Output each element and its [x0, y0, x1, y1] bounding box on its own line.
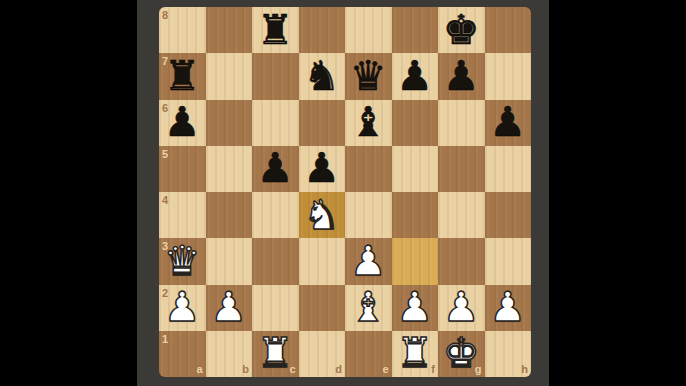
square-d8[interactable]: [299, 7, 346, 53]
black-knight[interactable]: ♞: [303, 56, 340, 97]
black-pawn[interactable]: ♟: [489, 102, 526, 143]
square-f5[interactable]: [392, 146, 439, 192]
black-rook[interactable]: ♜: [164, 56, 201, 97]
file-label-e: e: [382, 364, 388, 375]
rank-label-5: 5: [162, 149, 168, 160]
file-label-h: h: [521, 364, 528, 375]
square-c8[interactable]: ♜: [252, 7, 299, 53]
square-a3[interactable]: 3♛: [159, 238, 206, 284]
black-pawn[interactable]: ♟: [164, 102, 201, 143]
black-pawn[interactable]: ♟: [396, 56, 433, 97]
square-e8[interactable]: [345, 7, 392, 53]
square-b2[interactable]: ♟: [206, 285, 253, 331]
square-h7[interactable]: [485, 53, 532, 99]
square-f6[interactable]: [392, 100, 439, 146]
square-c4[interactable]: [252, 192, 299, 238]
white-pawn[interactable]: ♟: [210, 287, 247, 328]
square-g2[interactable]: ♟: [438, 285, 485, 331]
video-frame: 8♜♚7♜♞♛♟♟6♟♝♟5♟♟4♞3♛♟2♟♟♝♟♟♟1abc♜def♜g♚h: [0, 0, 686, 386]
square-e7[interactable]: ♛: [345, 53, 392, 99]
square-a6[interactable]: 6♟: [159, 100, 206, 146]
square-g7[interactable]: ♟: [438, 53, 485, 99]
white-queen[interactable]: ♛: [164, 241, 201, 282]
black-king[interactable]: ♚: [443, 10, 480, 51]
file-label-a: a: [196, 364, 202, 375]
square-b7[interactable]: [206, 53, 253, 99]
square-e6[interactable]: ♝: [345, 100, 392, 146]
square-b6[interactable]: [206, 100, 253, 146]
black-rook[interactable]: ♜: [257, 10, 294, 51]
white-king[interactable]: ♚: [443, 333, 480, 374]
square-c2[interactable]: [252, 285, 299, 331]
white-pawn[interactable]: ♟: [164, 287, 201, 328]
white-rook[interactable]: ♜: [396, 333, 433, 374]
square-d1[interactable]: d: [299, 331, 346, 377]
square-e3[interactable]: ♟: [345, 238, 392, 284]
square-a2[interactable]: 2♟: [159, 285, 206, 331]
square-c3[interactable]: [252, 238, 299, 284]
square-b5[interactable]: [206, 146, 253, 192]
square-a5[interactable]: 5: [159, 146, 206, 192]
square-c7[interactable]: [252, 53, 299, 99]
square-h4[interactable]: [485, 192, 532, 238]
square-f1[interactable]: f♜: [392, 331, 439, 377]
square-d7[interactable]: ♞: [299, 53, 346, 99]
square-f4[interactable]: [392, 192, 439, 238]
square-b1[interactable]: b: [206, 331, 253, 377]
square-g5[interactable]: [438, 146, 485, 192]
square-g6[interactable]: [438, 100, 485, 146]
square-h6[interactable]: ♟: [485, 100, 532, 146]
square-a4[interactable]: 4: [159, 192, 206, 238]
square-h2[interactable]: ♟: [485, 285, 532, 331]
square-c5[interactable]: ♟: [252, 146, 299, 192]
square-e5[interactable]: [345, 146, 392, 192]
white-bishop[interactable]: ♝: [350, 287, 387, 328]
file-label-d: d: [335, 364, 342, 375]
square-e2[interactable]: ♝: [345, 285, 392, 331]
square-e1[interactable]: e: [345, 331, 392, 377]
square-g1[interactable]: g♚: [438, 331, 485, 377]
square-f7[interactable]: ♟: [392, 53, 439, 99]
square-h5[interactable]: [485, 146, 532, 192]
white-rook[interactable]: ♜: [257, 333, 294, 374]
square-d3[interactable]: [299, 238, 346, 284]
square-d2[interactable]: [299, 285, 346, 331]
square-a7[interactable]: 7♜: [159, 53, 206, 99]
rank-label-8: 8: [162, 10, 168, 21]
square-c1[interactable]: c♜: [252, 331, 299, 377]
rank-label-4: 4: [162, 195, 168, 206]
chess-board: 8♜♚7♜♞♛♟♟6♟♝♟5♟♟4♞3♛♟2♟♟♝♟♟♟1abc♜def♜g♚h: [159, 7, 531, 377]
square-h1[interactable]: h: [485, 331, 532, 377]
square-b4[interactable]: [206, 192, 253, 238]
square-d5[interactable]: ♟: [299, 146, 346, 192]
black-pawn[interactable]: ♟: [257, 148, 294, 189]
square-g3[interactable]: [438, 238, 485, 284]
square-d6[interactable]: [299, 100, 346, 146]
white-pawn[interactable]: ♟: [489, 287, 526, 328]
square-a1[interactable]: 1a: [159, 331, 206, 377]
rank-label-1: 1: [162, 334, 168, 345]
square-b3[interactable]: [206, 238, 253, 284]
square-b8[interactable]: [206, 7, 253, 53]
white-pawn[interactable]: ♟: [396, 287, 433, 328]
square-f8[interactable]: [392, 7, 439, 53]
file-label-b: b: [242, 364, 249, 375]
black-bishop[interactable]: ♝: [350, 102, 387, 143]
square-c6[interactable]: [252, 100, 299, 146]
square-d4[interactable]: ♞: [299, 192, 346, 238]
square-f3[interactable]: [392, 238, 439, 284]
square-a8[interactable]: 8: [159, 7, 206, 53]
black-pawn[interactable]: ♟: [443, 56, 480, 97]
black-pawn[interactable]: ♟: [303, 148, 340, 189]
white-knight[interactable]: ♞: [303, 195, 340, 236]
square-h3[interactable]: [485, 238, 532, 284]
square-f2[interactable]: ♟: [392, 285, 439, 331]
black-queen[interactable]: ♛: [350, 56, 387, 97]
square-g4[interactable]: [438, 192, 485, 238]
white-pawn[interactable]: ♟: [443, 287, 480, 328]
white-pawn[interactable]: ♟: [350, 241, 387, 282]
square-g8[interactable]: ♚: [438, 7, 485, 53]
square-e4[interactable]: [345, 192, 392, 238]
square-h8[interactable]: [485, 7, 532, 53]
